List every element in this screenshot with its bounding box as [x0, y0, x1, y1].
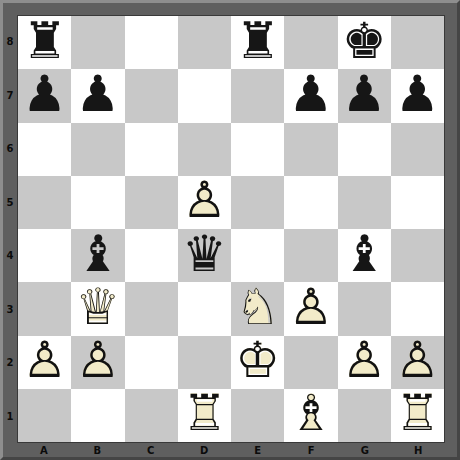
white-queen-outline: ♕: [71, 280, 124, 333]
rank-label-8: 8: [3, 15, 17, 69]
file-label-f: F: [285, 444, 339, 457]
white-bishop: ♝♗: [284, 389, 337, 442]
black-pawn: ♟: [338, 69, 391, 122]
square-b3[interactable]: ♛♕: [71, 282, 124, 335]
black-king: ♚: [338, 16, 391, 69]
white-king-outline: ♔: [231, 334, 284, 387]
square-f2[interactable]: [284, 336, 337, 389]
square-c3[interactable]: [125, 282, 178, 335]
rank-labels: 87654321: [3, 15, 17, 443]
square-b5[interactable]: [71, 176, 124, 229]
white-pawn-outline: ♙: [178, 174, 231, 227]
file-labels: ABCDEFGH: [17, 444, 445, 457]
square-h8[interactable]: [391, 16, 444, 69]
square-a7[interactable]: ♟: [18, 69, 71, 122]
square-a4[interactable]: [18, 229, 71, 282]
rank-label-6: 6: [3, 122, 17, 176]
black-rook-glyph: ♜: [18, 14, 71, 67]
black-bishop-glyph: ♝: [338, 227, 391, 280]
square-f6[interactable]: [284, 123, 337, 176]
black-pawn-glyph: ♟: [71, 67, 124, 120]
file-label-b: B: [71, 444, 125, 457]
white-rook-outline: ♖: [178, 387, 231, 440]
black-rook: ♜: [231, 16, 284, 69]
square-a3[interactable]: [18, 282, 71, 335]
square-d5[interactable]: ♟♙: [178, 176, 231, 229]
square-g2[interactable]: ♟♙: [338, 336, 391, 389]
white-rook: ♜♖: [391, 389, 444, 442]
square-e7[interactable]: [231, 69, 284, 122]
white-pawn-outline: ♙: [284, 280, 337, 333]
square-h6[interactable]: [391, 123, 444, 176]
square-h1[interactable]: ♜♖: [391, 389, 444, 442]
square-e8[interactable]: ♜: [231, 16, 284, 69]
square-b2[interactable]: ♟♙: [71, 336, 124, 389]
square-f3[interactable]: ♟♙: [284, 282, 337, 335]
square-d4[interactable]: ♛: [178, 229, 231, 282]
square-a5[interactable]: [18, 176, 71, 229]
square-h7[interactable]: ♟: [391, 69, 444, 122]
square-a1[interactable]: [18, 389, 71, 442]
black-pawn-glyph: ♟: [18, 67, 71, 120]
square-d3[interactable]: [178, 282, 231, 335]
square-d8[interactable]: [178, 16, 231, 69]
square-f1[interactable]: ♝♗: [284, 389, 337, 442]
square-e6[interactable]: [231, 123, 284, 176]
rank-label-1: 1: [3, 390, 17, 444]
square-h4[interactable]: [391, 229, 444, 282]
file-label-a: A: [17, 444, 71, 457]
chess-board: ♜♜♚♟♟♟♟♟♟♙♝♛♝♛♕♞♘♟♙♟♙♟♙♚♔♟♙♟♙♜♖♝♗♜♖: [17, 15, 445, 443]
black-rook-glyph: ♜: [231, 14, 284, 67]
square-h5[interactable]: [391, 176, 444, 229]
square-c8[interactable]: [125, 16, 178, 69]
rank-label-7: 7: [3, 69, 17, 123]
file-label-h: H: [392, 444, 446, 457]
black-bishop: ♝: [338, 229, 391, 282]
square-b4[interactable]: ♝: [71, 229, 124, 282]
white-pawn-outline: ♙: [71, 334, 124, 387]
black-pawn: ♟: [71, 69, 124, 122]
black-king-glyph: ♚: [338, 14, 391, 67]
square-c2[interactable]: [125, 336, 178, 389]
black-bishop-glyph: ♝: [71, 227, 124, 280]
square-d6[interactable]: [178, 123, 231, 176]
square-e5[interactable]: [231, 176, 284, 229]
black-pawn: ♟: [18, 69, 71, 122]
rank-label-2: 2: [3, 336, 17, 390]
file-label-e: E: [231, 444, 285, 457]
white-pawn: ♟♙: [18, 336, 71, 389]
square-b6[interactable]: [71, 123, 124, 176]
white-pawn: ♟♙: [178, 176, 231, 229]
square-g8[interactable]: ♚: [338, 16, 391, 69]
white-knight-outline: ♘: [231, 280, 284, 333]
square-g4[interactable]: ♝: [338, 229, 391, 282]
square-a2[interactable]: ♟♙: [18, 336, 71, 389]
white-rook: ♜♖: [178, 389, 231, 442]
square-g7[interactable]: ♟: [338, 69, 391, 122]
white-pawn: ♟♙: [284, 282, 337, 335]
white-knight: ♞♘: [231, 282, 284, 335]
square-f7[interactable]: ♟: [284, 69, 337, 122]
square-a8[interactable]: ♜: [18, 16, 71, 69]
square-h3[interactable]: [391, 282, 444, 335]
square-e3[interactable]: ♞♘: [231, 282, 284, 335]
file-label-d: D: [178, 444, 232, 457]
square-c5[interactable]: [125, 176, 178, 229]
rank-label-5: 5: [3, 176, 17, 230]
black-pawn-glyph: ♟: [391, 67, 444, 120]
white-queen: ♛♕: [71, 282, 124, 335]
rank-label-4: 4: [3, 229, 17, 283]
square-g1[interactable]: [338, 389, 391, 442]
square-g6[interactable]: [338, 123, 391, 176]
black-queen-glyph: ♛: [178, 227, 231, 280]
square-c4[interactable]: [125, 229, 178, 282]
square-c1[interactable]: [125, 389, 178, 442]
white-pawn: ♟♙: [71, 336, 124, 389]
black-pawn-glyph: ♟: [338, 67, 391, 120]
square-e2[interactable]: ♚♔: [231, 336, 284, 389]
white-king: ♚♔: [231, 336, 284, 389]
black-rook: ♜: [18, 16, 71, 69]
square-f5[interactable]: [284, 176, 337, 229]
square-g3[interactable]: [338, 282, 391, 335]
white-pawn: ♟♙: [338, 336, 391, 389]
square-h2[interactable]: ♟♙: [391, 336, 444, 389]
square-e1[interactable]: [231, 389, 284, 442]
white-rook-outline: ♖: [391, 387, 444, 440]
white-pawn: ♟♙: [391, 336, 444, 389]
rank-label-3: 3: [3, 283, 17, 337]
chess-board-frame: 87654321 ABCDEFGH ♜♜♚♟♟♟♟♟♟♙♝♛♝♛♕♞♘♟♙♟♙♟…: [0, 0, 460, 460]
square-b7[interactable]: ♟: [71, 69, 124, 122]
square-d7[interactable]: [178, 69, 231, 122]
white-pawn-outline: ♙: [338, 334, 391, 387]
square-d2[interactable]: [178, 336, 231, 389]
white-pawn-outline: ♙: [18, 334, 71, 387]
file-label-g: G: [338, 444, 392, 457]
square-e4[interactable]: [231, 229, 284, 282]
square-a6[interactable]: [18, 123, 71, 176]
square-d1[interactable]: ♜♖: [178, 389, 231, 442]
file-label-c: C: [124, 444, 178, 457]
black-pawn-glyph: ♟: [284, 67, 337, 120]
black-bishop: ♝: [71, 229, 124, 282]
square-b8[interactable]: [71, 16, 124, 69]
white-bishop-outline: ♗: [284, 387, 337, 440]
square-f4[interactable]: [284, 229, 337, 282]
black-queen: ♛: [178, 229, 231, 282]
square-f8[interactable]: [284, 16, 337, 69]
square-g5[interactable]: [338, 176, 391, 229]
black-pawn: ♟: [284, 69, 337, 122]
white-pawn-outline: ♙: [391, 334, 444, 387]
square-c6[interactable]: [125, 123, 178, 176]
square-b1[interactable]: [71, 389, 124, 442]
black-pawn: ♟: [391, 69, 444, 122]
square-c7[interactable]: [125, 69, 178, 122]
